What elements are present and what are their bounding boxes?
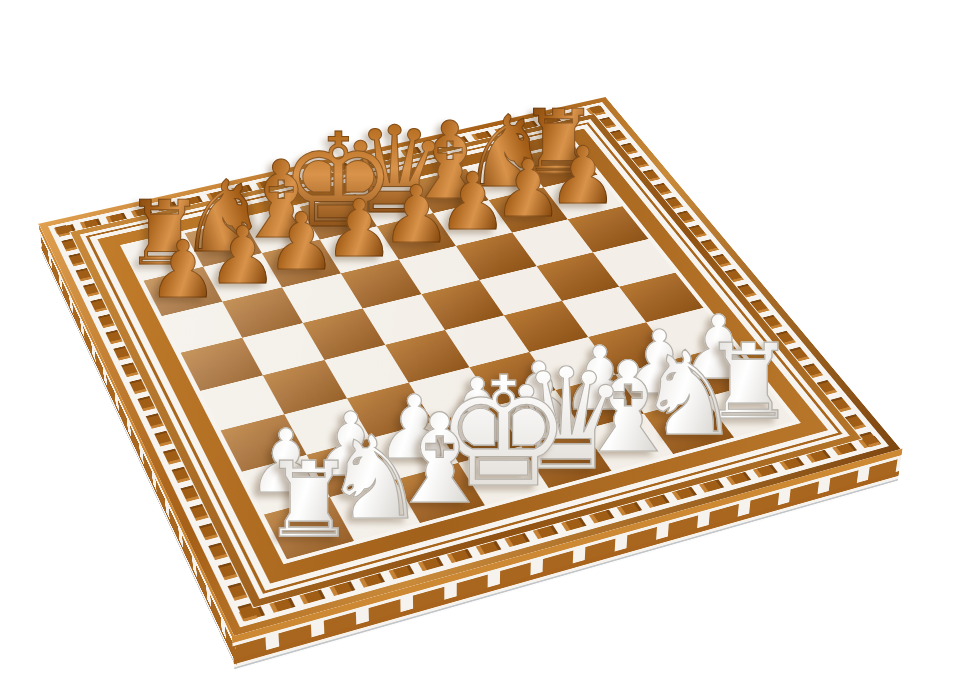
square-a3 xyxy=(221,414,307,471)
square-e1 xyxy=(521,430,611,488)
frame-white-trim-4 xyxy=(120,141,801,564)
dentil-teeth-south xyxy=(239,436,881,621)
frame-outer-molding xyxy=(39,97,901,636)
square-c4 xyxy=(324,345,408,398)
square-b1 xyxy=(330,480,420,541)
square-d2 xyxy=(433,406,521,463)
square-d3 xyxy=(409,367,495,422)
square-b3 xyxy=(284,398,370,454)
square-b2 xyxy=(307,438,395,497)
square-a4 xyxy=(200,375,284,430)
chess-board xyxy=(39,97,901,636)
square-g1 xyxy=(644,398,734,454)
square-b4 xyxy=(263,360,347,414)
square-e2 xyxy=(495,390,583,446)
square-h1 xyxy=(704,382,794,438)
square-f3 xyxy=(529,337,615,390)
square-d4 xyxy=(385,330,469,383)
square-a2 xyxy=(242,455,330,515)
square-g3 xyxy=(588,322,674,374)
frame-white-trim-1 xyxy=(48,102,889,627)
square-f1 xyxy=(583,414,673,471)
square-a5 xyxy=(181,338,263,391)
square-d1 xyxy=(458,446,548,505)
square-c3 xyxy=(347,383,433,439)
square-a1 xyxy=(264,497,354,559)
frame-inner-molding xyxy=(70,114,861,607)
square-e3 xyxy=(469,352,555,406)
square-c2 xyxy=(370,422,458,480)
square-h2 xyxy=(674,344,762,397)
square-g2 xyxy=(615,359,703,413)
square-f2 xyxy=(556,375,644,430)
square-b5 xyxy=(242,323,324,375)
checkerboard xyxy=(126,144,794,559)
square-c1 xyxy=(395,463,485,523)
scene: ♜♞♝♚♛♝♞♜♟♟♟♟♟♟♟♟♟♟♟♟♟♟♟♟♜♞♝♚♛♝♞♜ xyxy=(0,0,970,700)
